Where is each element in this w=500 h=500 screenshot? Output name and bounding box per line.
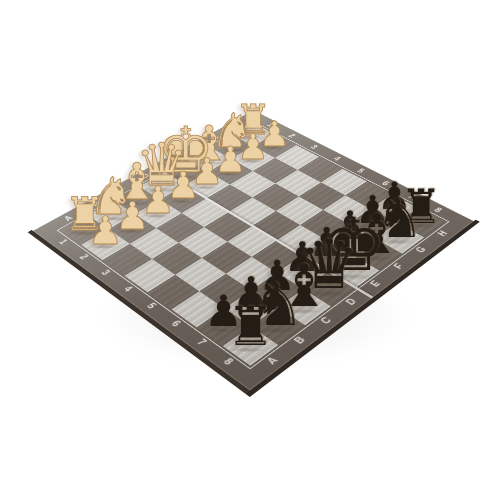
rank-label-left-3: 3	[95, 266, 116, 280]
rank-label-left-1: 1	[53, 236, 73, 249]
product-photo-scene: AABBCCDDEEFFGGHH1122334455667788 ♜♟♞♟♝♟♚…	[0, 0, 500, 500]
rank-label-left-2: 2	[73, 251, 93, 264]
